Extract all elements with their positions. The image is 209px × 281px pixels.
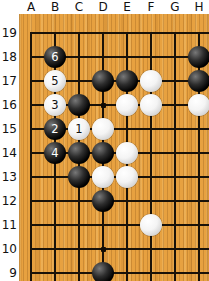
black-stone-C16[interactable] [68, 94, 90, 116]
move-number-label: 3 [51, 98, 58, 112]
grid-line-horizontal-10 [30, 248, 209, 250]
black-stone-B15-move-2[interactable]: 2 [44, 118, 66, 140]
white-stone-C15-move-1[interactable]: 1 [68, 118, 90, 140]
white-stone-E13[interactable] [116, 166, 138, 188]
column-label-C: C [71, 0, 87, 14]
row-label-14: 14 [0, 146, 17, 160]
black-stone-H17[interactable] [188, 70, 209, 92]
white-stone-E16[interactable] [116, 94, 138, 116]
white-stone-B17-move-5[interactable]: 5 [44, 70, 66, 92]
white-stone-B16-move-3[interactable]: 3 [44, 94, 66, 116]
row-label-11: 11 [0, 218, 17, 232]
column-label-G: G [167, 0, 183, 14]
row-label-17: 17 [0, 74, 17, 88]
star-point-D10 [101, 247, 106, 252]
white-stone-D15[interactable] [92, 118, 114, 140]
black-stone-D17[interactable] [92, 70, 114, 92]
white-stone-F17[interactable] [140, 70, 162, 92]
grid-line-horizontal-12 [30, 200, 209, 202]
white-stone-D13[interactable] [92, 166, 114, 188]
column-label-D: D [95, 0, 111, 14]
black-stone-E17[interactable] [116, 70, 138, 92]
row-label-18: 18 [0, 50, 17, 64]
black-stone-H18[interactable] [188, 46, 209, 68]
column-label-A: A [23, 0, 39, 14]
column-label-B: B [47, 0, 63, 14]
row-label-12: 12 [0, 194, 17, 208]
black-stone-D12[interactable] [92, 190, 114, 212]
black-stone-C13[interactable] [68, 166, 90, 188]
row-label-19: 19 [0, 26, 17, 40]
black-stone-C14[interactable] [68, 142, 90, 164]
white-stone-F16[interactable] [140, 94, 162, 116]
grid-line-vertical-A [30, 32, 32, 281]
white-stone-F11[interactable] [140, 214, 162, 236]
row-label-10: 10 [0, 242, 17, 256]
move-number-label: 6 [51, 50, 58, 64]
go-board[interactable]: 653214 [19, 14, 209, 281]
move-number-label: 5 [51, 74, 58, 88]
black-stone-D9[interactable] [92, 262, 114, 281]
move-number-label: 2 [51, 122, 58, 136]
row-label-16: 16 [0, 98, 17, 112]
black-stone-B18-move-6[interactable]: 6 [44, 46, 66, 68]
grid-line-horizontal-19 [30, 32, 209, 34]
go-diagram: ABCDEFGH 191817161514131211109 653214 [0, 0, 209, 281]
row-label-13: 13 [0, 170, 17, 184]
column-label-F: F [143, 0, 159, 14]
row-label-9: 9 [0, 266, 17, 280]
column-label-E: E [119, 0, 135, 14]
row-label-15: 15 [0, 122, 17, 136]
move-number-label: 4 [51, 146, 58, 160]
grid-line-horizontal-11 [30, 224, 209, 226]
grid-line-horizontal-9 [30, 272, 209, 274]
white-stone-H16[interactable] [188, 94, 209, 116]
move-number-label: 1 [75, 122, 82, 136]
black-stone-B14-move-4[interactable]: 4 [44, 142, 66, 164]
grid-line-vertical-G [174, 32, 176, 281]
star-point-D16 [101, 103, 106, 108]
black-stone-D14[interactable] [92, 142, 114, 164]
white-stone-E14[interactable] [116, 142, 138, 164]
column-label-H: H [191, 0, 207, 14]
